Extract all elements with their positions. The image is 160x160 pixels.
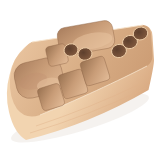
wooden-organizer-illustration	[0, 0, 160, 160]
product-photo	[0, 0, 160, 160]
